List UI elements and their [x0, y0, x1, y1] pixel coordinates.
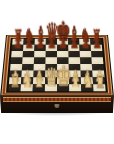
white-rook-a1: ♜ [9, 72, 20, 90]
square-f1: ♝ [69, 84, 81, 91]
black-pawn-b7: ♟ [24, 35, 33, 50]
board-scene: ♜♞♝♛♚♝♞♜♟♟♟♟♟♟♟♟♟♟♟♟♟♟♟♟♜♞♝♛♚♝♞♜ [6, 35, 108, 137]
square-f7: ♟ [68, 45, 79, 51]
black-pawn-g7: ♟ [81, 35, 90, 50]
square-e1: ♚ [57, 84, 69, 91]
white-bishop-f1: ♝ [69, 68, 82, 90]
box-front-face [0, 96, 114, 113]
board-grid: ♜♞♝♛♚♝♞♜♟♟♟♟♟♟♟♟♟♟♟♟♟♟♟♟♜♞♝♛♚♝♞♜ [8, 39, 105, 92]
square-h7: ♟ [91, 45, 103, 51]
square-b7: ♟ [23, 45, 35, 51]
square-e7: ♟ [57, 45, 68, 51]
square-g1: ♞ [81, 84, 93, 91]
square-g7: ♟ [79, 45, 91, 51]
box-shadow [4, 112, 110, 116]
box-front-inlay-band [3, 97, 111, 102]
inlay-border: ♜♞♝♛♚♝♞♜♟♟♟♟♟♟♟♟♟♟♟♟♟♟♟♟♜♞♝♛♚♝♞♜ [2, 36, 111, 95]
chess-set-photo: ♜♞♝♛♚♝♞♜♟♟♟♟♟♟♟♟♟♟♟♟♟♟♟♟♜♞♝♛♚♝♞♜ [0, 0, 114, 144]
board-frame: ♜♞♝♛♚♝♞♜♟♟♟♟♟♟♟♟♟♟♟♟♟♟♟♟♜♞♝♛♚♝♞♜ [0, 35, 114, 96]
square-d7: ♟ [46, 45, 57, 51]
black-pawn-h7: ♟ [92, 35, 101, 50]
black-pawn-e7: ♟ [58, 35, 67, 50]
square-a1: ♜ [8, 84, 21, 91]
board-tilt: ♜♞♝♛♚♝♞♜♟♟♟♟♟♟♟♟♟♟♟♟♟♟♟♟♜♞♝♛♚♝♞♜ [0, 35, 114, 96]
square-h1: ♜ [93, 84, 106, 91]
white-knight-g1: ♞ [82, 71, 94, 91]
square-c7: ♟ [34, 45, 45, 51]
square-b1: ♞ [20, 84, 32, 91]
white-knight-b1: ♞ [21, 71, 33, 91]
black-pawn-f7: ♟ [70, 35, 79, 50]
black-pawn-d7: ♟ [47, 35, 56, 50]
black-pawn-a7: ♟ [13, 35, 22, 50]
white-rook-h1: ♜ [94, 72, 105, 90]
black-pawn-c7: ♟ [36, 35, 45, 50]
box-clasp [55, 104, 60, 108]
square-a7: ♟ [12, 45, 24, 51]
